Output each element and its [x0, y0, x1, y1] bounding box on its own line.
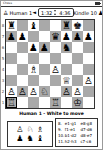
- white-pawn-icon: ♙: [3, 10, 8, 16]
- square-h3[interactable]: ♙: [83, 75, 94, 86]
- black-knight: ♞: [62, 42, 71, 53]
- square-h2[interactable]: [83, 86, 94, 97]
- square-h4[interactable]: [83, 64, 94, 75]
- square-b8[interactable]: [17, 20, 28, 31]
- white-pawn: ♙: [84, 75, 93, 86]
- black-pawn: ♟: [7, 31, 16, 42]
- black-pawn: ♟: [62, 31, 71, 42]
- square-c5[interactable]: [28, 53, 39, 64]
- white-bishop: ♗: [29, 64, 38, 75]
- square-a5[interactable]: [6, 53, 17, 64]
- square-e4[interactable]: ♙: [50, 64, 61, 75]
- white-player: ♙ Human 1: [3, 10, 32, 16]
- square-e6[interactable]: [50, 42, 61, 53]
- white-rook: ♖: [51, 97, 60, 108]
- captured-black-piece: ♟: [16, 135, 23, 143]
- square-g8[interactable]: ♚: [72, 20, 83, 31]
- square-h5[interactable]: [83, 53, 94, 64]
- square-d7[interactable]: [39, 31, 50, 42]
- black-pawn: ♟: [73, 31, 82, 42]
- black-bishop: ♝: [29, 20, 38, 31]
- square-h8[interactable]: [83, 20, 94, 31]
- app-title: Chess: [3, 1, 12, 6]
- white-pawn: ♙: [29, 86, 38, 97]
- white-pawn: ♙: [18, 86, 27, 97]
- square-a8[interactable]: ♜: [6, 20, 17, 31]
- square-f1[interactable]: [61, 97, 72, 108]
- square-b4[interactable]: [17, 64, 28, 75]
- square-b5[interactable]: [17, 53, 28, 64]
- square-h6[interactable]: [83, 42, 94, 53]
- square-c8[interactable]: ♝: [28, 20, 39, 31]
- square-e5[interactable]: [50, 53, 61, 64]
- square-a3[interactable]: [6, 75, 17, 86]
- square-e8[interactable]: [50, 20, 61, 31]
- black-pawn-icon: ♟: [98, 10, 103, 16]
- battery-icon: [95, 2, 100, 5]
- square-c6[interactable]: ♟: [28, 42, 39, 53]
- square-d2[interactable]: ♘: [39, 86, 50, 97]
- black-pawn: ♟: [84, 31, 93, 42]
- white-player-name: Human 1: [9, 10, 32, 16]
- clock-box: 1:32 4:36: [38, 8, 73, 17]
- square-d8[interactable]: [39, 20, 50, 31]
- square-e7[interactable]: ♛: [50, 31, 61, 42]
- square-g6[interactable]: [72, 42, 83, 53]
- white-pawn: ♙: [51, 64, 60, 75]
- captured-white-piece: ♗: [37, 126, 44, 134]
- white-pawn: ♙: [73, 86, 82, 97]
- black-rook: ♜: [7, 20, 16, 31]
- black-player-name: Kindle 10: [74, 10, 97, 16]
- square-g4[interactable]: [72, 64, 83, 75]
- square-c3[interactable]: [28, 75, 39, 86]
- square-d6[interactable]: ♟: [39, 42, 50, 53]
- square-f5[interactable]: [61, 53, 72, 64]
- square-b6[interactable]: [17, 42, 28, 53]
- square-f7[interactable]: ♟: [61, 31, 72, 42]
- captured-black-piece: ♝: [37, 135, 44, 143]
- square-c1[interactable]: [28, 97, 39, 108]
- white-move: h2-h3: [65, 139, 81, 145]
- move-number: 11.: [58, 139, 65, 145]
- square-a1[interactable]: ♖: [6, 97, 17, 108]
- square-b1[interactable]: [17, 97, 28, 108]
- hourglass-icon: [54, 10, 57, 15]
- square-g2[interactable]: ♙: [72, 86, 83, 97]
- white-knight: ♘: [40, 86, 49, 97]
- black-player: Kindle 10 ♟: [74, 10, 103, 16]
- square-g1[interactable]: ♔: [72, 97, 83, 108]
- captured-black-row: ♟♞♝: [16, 135, 44, 143]
- square-b7[interactable]: ♟: [17, 31, 28, 42]
- white-queen: ♕: [62, 75, 71, 86]
- square-h7[interactable]: ♟: [83, 31, 94, 42]
- square-e3[interactable]: [50, 75, 61, 86]
- white-king: ♔: [73, 97, 82, 108]
- square-d4[interactable]: [39, 64, 50, 75]
- captured-black-piece: ♞: [26, 135, 33, 143]
- board: ♜♝♜♚♟♟♛♟♟♟♟♟♞♗♙♕♙♙♙♙♘♙♙♖♖♔: [5, 19, 95, 109]
- board-area: 87654321 ♜♝♜♚♟♟♛♟♟♟♟♟♞♗♙♕♙♙♙♙♘♙♙♖♖♔: [1, 19, 102, 109]
- black-king: ♚: [73, 20, 82, 31]
- black-pawn: ♟: [29, 42, 38, 53]
- white-pawn: ♙: [62, 86, 71, 97]
- square-g5[interactable]: [72, 53, 83, 64]
- black-queen: ♛: [51, 31, 60, 42]
- black-move: c7-c6: [80, 139, 96, 145]
- square-d1[interactable]: [39, 97, 50, 108]
- square-c7[interactable]: [28, 31, 39, 42]
- square-c2[interactable]: ♙: [28, 86, 39, 97]
- black-rook: ♜: [62, 20, 71, 31]
- move-list[interactable]: 8.e1-g1e8-g89.f1-e1d7-d610.b1-d2d8-e711.…: [55, 118, 98, 147]
- square-f6[interactable]: ♞: [61, 42, 72, 53]
- square-f2[interactable]: ♙: [61, 86, 72, 97]
- chess-app-window: Chess ♙ Human 1 ◄ 1:32 4:36 Kindle 10 ♟ …: [0, 0, 103, 150]
- system-titlebar: Chess: [1, 1, 102, 7]
- square-d5[interactable]: [39, 53, 50, 64]
- square-b3[interactable]: [17, 75, 28, 86]
- square-e1[interactable]: ♖: [50, 97, 61, 108]
- square-b2[interactable]: ♙: [17, 86, 28, 97]
- black-pawn: ♟: [18, 31, 27, 42]
- white-pawn: ♙: [7, 86, 16, 97]
- captured-pieces-tray: ♙♘♗ ♟♞♝: [7, 121, 53, 147]
- captured-white-piece: ♙: [16, 126, 23, 134]
- white-clock: 1:32: [41, 10, 52, 16]
- move-row: 11.h2-h3c7-c6: [58, 139, 96, 145]
- square-h1[interactable]: [83, 97, 94, 108]
- black-clock: 4:36: [59, 10, 70, 16]
- back-arrow-button[interactable]: ◄: [32, 10, 36, 15]
- square-d3[interactable]: [39, 75, 50, 86]
- square-f4[interactable]: [61, 64, 72, 75]
- white-rook: ♖: [7, 97, 16, 108]
- black-pawn: ♟: [40, 42, 49, 53]
- square-a6[interactable]: [6, 42, 17, 53]
- square-a2[interactable]: ♙: [6, 86, 17, 97]
- square-g7[interactable]: ♟: [72, 31, 83, 42]
- square-a7[interactable]: ♟: [6, 31, 17, 42]
- square-f8[interactable]: ♜: [61, 20, 72, 31]
- square-c4[interactable]: ♗: [28, 64, 39, 75]
- square-g3[interactable]: [72, 75, 83, 86]
- square-a4[interactable]: [6, 64, 17, 75]
- bottom-panel: ♙♘♗ ♟♞♝ 8.e1-g1e8-g89.f1-e1d7-d610.b1-d2…: [1, 116, 102, 147]
- captured-white-row: ♙♘♗: [16, 126, 44, 134]
- square-e2[interactable]: [50, 86, 61, 97]
- captured-white-piece: ♘: [26, 126, 33, 134]
- square-f3[interactable]: ♕: [61, 75, 72, 86]
- game-header: ♙ Human 1 ◄ 1:32 4:36 Kindle 10 ♟: [1, 7, 102, 18]
